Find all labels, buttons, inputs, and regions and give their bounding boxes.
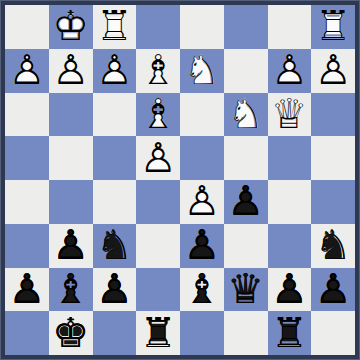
- white-pawn-outline-icon: ♙: [180, 180, 224, 224]
- square-b2[interactable]: ♟♙: [268, 49, 312, 93]
- square-h5[interactable]: [5, 180, 49, 224]
- white-bishop-outline-icon: ♗: [136, 49, 180, 93]
- black-pawn-piece: ♟♙: [49, 224, 93, 268]
- white-bishop-piece: ♝♗: [136, 93, 180, 137]
- black-knight-outline-icon: ♘: [93, 224, 137, 268]
- white-pawn-icon: ♟: [5, 49, 49, 93]
- black-pawn-icon: ♟: [49, 224, 93, 268]
- white-pawn-icon: ♟: [49, 49, 93, 93]
- board-frame: ♚♔♜♖♜♖♟♙♟♙♟♙♝♗♞♘♟♙♟♙♝♗♞♘♛♕♟♙♟♙♟♙♟♙♞♘♟♙♞♘…: [0, 0, 360, 360]
- square-h8[interactable]: [5, 311, 49, 355]
- white-pawn-icon: ♟: [311, 49, 355, 93]
- black-rook-icon: ♜: [136, 311, 180, 355]
- square-b1[interactable]: [268, 5, 312, 49]
- black-rook-piece: ♜♖: [268, 311, 312, 355]
- square-b3[interactable]: ♛♕: [268, 93, 312, 137]
- white-pawn-outline-icon: ♙: [268, 49, 312, 93]
- square-g4[interactable]: [49, 136, 93, 180]
- white-pawn-piece: ♟♙: [268, 49, 312, 93]
- white-pawn-outline-icon: ♙: [5, 49, 49, 93]
- square-g8[interactable]: ♚♔: [49, 311, 93, 355]
- black-rook-icon: ♜: [268, 311, 312, 355]
- white-knight-icon: ♞: [224, 93, 268, 137]
- square-c8[interactable]: [224, 311, 268, 355]
- black-pawn-outline-icon: ♙: [93, 268, 137, 312]
- black-queen-outline-icon: ♕: [224, 268, 268, 312]
- square-g2[interactable]: ♟♙: [49, 49, 93, 93]
- black-bishop-piece: ♝♗: [180, 268, 224, 312]
- black-rook-piece: ♜♖: [136, 311, 180, 355]
- square-d5[interactable]: ♟♙: [180, 180, 224, 224]
- square-g7[interactable]: ♝♗: [49, 268, 93, 312]
- black-pawn-piece: ♟♙: [268, 268, 312, 312]
- square-g5[interactable]: [49, 180, 93, 224]
- white-rook-outline-icon: ♖: [311, 5, 355, 49]
- black-rook-outline-icon: ♖: [268, 311, 312, 355]
- white-bishop-icon: ♝: [136, 93, 180, 137]
- square-c4[interactable]: [224, 136, 268, 180]
- square-g3[interactable]: [49, 93, 93, 137]
- square-e2[interactable]: ♝♗: [136, 49, 180, 93]
- square-c5[interactable]: ♟♙: [224, 180, 268, 224]
- square-e8[interactable]: ♜♖: [136, 311, 180, 355]
- square-b8[interactable]: ♜♖: [268, 311, 312, 355]
- white-pawn-piece: ♟♙: [311, 49, 355, 93]
- black-pawn-icon: ♟: [5, 268, 49, 312]
- black-king-outline-icon: ♔: [49, 311, 93, 355]
- black-pawn-piece: ♟♙: [311, 268, 355, 312]
- square-e6[interactable]: [136, 224, 180, 268]
- white-king-piece: ♚♔: [49, 5, 93, 49]
- white-bishop-icon: ♝: [136, 49, 180, 93]
- square-e3[interactable]: ♝♗: [136, 93, 180, 137]
- white-pawn-outline-icon: ♙: [93, 49, 137, 93]
- square-c2[interactable]: [224, 49, 268, 93]
- square-b4[interactable]: [268, 136, 312, 180]
- square-a7[interactable]: ♟♙: [311, 268, 355, 312]
- white-queen-outline-icon: ♕: [268, 93, 312, 137]
- square-a2[interactable]: ♟♙: [311, 49, 355, 93]
- white-knight-piece: ♞♘: [224, 93, 268, 137]
- black-knight-piece: ♞♘: [93, 224, 137, 268]
- white-pawn-piece: ♟♙: [136, 136, 180, 180]
- black-bishop-icon: ♝: [180, 268, 224, 312]
- square-e1[interactable]: [136, 5, 180, 49]
- white-bishop-piece: ♝♗: [136, 49, 180, 93]
- white-knight-outline-icon: ♘: [180, 49, 224, 93]
- black-pawn-piece: ♟♙: [5, 268, 49, 312]
- white-pawn-piece: ♟♙: [93, 49, 137, 93]
- square-a8[interactable]: [311, 311, 355, 355]
- square-a4[interactable]: [311, 136, 355, 180]
- black-bishop-outline-icon: ♗: [49, 268, 93, 312]
- square-e4[interactable]: ♟♙: [136, 136, 180, 180]
- black-pawn-icon: ♟: [224, 180, 268, 224]
- square-f3[interactable]: [93, 93, 137, 137]
- black-pawn-outline-icon: ♙: [311, 268, 355, 312]
- black-pawn-icon: ♟: [180, 224, 224, 268]
- black-bishop-piece: ♝♗: [49, 268, 93, 312]
- white-queen-icon: ♛: [268, 93, 312, 137]
- black-bishop-icon: ♝: [49, 268, 93, 312]
- white-king-icon: ♚: [49, 5, 93, 49]
- white-pawn-icon: ♟: [268, 49, 312, 93]
- white-rook-outline-icon: ♖: [93, 5, 137, 49]
- white-pawn-icon: ♟: [93, 49, 137, 93]
- square-a1[interactable]: ♜♖: [311, 5, 355, 49]
- black-pawn-piece: ♟♙: [224, 180, 268, 224]
- white-rook-icon: ♜: [93, 5, 137, 49]
- black-pawn-icon: ♟: [93, 268, 137, 312]
- square-b7[interactable]: ♟♙: [268, 268, 312, 312]
- black-pawn-outline-icon: ♙: [49, 224, 93, 268]
- square-f4[interactable]: [93, 136, 137, 180]
- square-f6[interactable]: ♞♘: [93, 224, 137, 268]
- black-knight-outline-icon: ♘: [311, 224, 355, 268]
- square-c1[interactable]: [224, 5, 268, 49]
- black-pawn-icon: ♟: [311, 268, 355, 312]
- square-f2[interactable]: ♟♙: [93, 49, 137, 93]
- square-d2[interactable]: ♞♘: [180, 49, 224, 93]
- square-g6[interactable]: ♟♙: [49, 224, 93, 268]
- black-queen-icon: ♛: [224, 268, 268, 312]
- square-c6[interactable]: [224, 224, 268, 268]
- black-pawn-outline-icon: ♙: [224, 180, 268, 224]
- black-knight-icon: ♞: [311, 224, 355, 268]
- white-rook-piece: ♜♖: [311, 5, 355, 49]
- square-f8[interactable]: [93, 311, 137, 355]
- white-pawn-icon: ♟: [136, 136, 180, 180]
- black-pawn-outline-icon: ♙: [180, 224, 224, 268]
- square-f1[interactable]: ♜♖: [93, 5, 137, 49]
- white-pawn-icon: ♟: [180, 180, 224, 224]
- white-knight-piece: ♞♘: [180, 49, 224, 93]
- white-queen-piece: ♛♕: [268, 93, 312, 137]
- black-pawn-outline-icon: ♙: [5, 268, 49, 312]
- white-pawn-piece: ♟♙: [180, 180, 224, 224]
- square-d6[interactable]: ♟♙: [180, 224, 224, 268]
- square-h6[interactable]: [5, 224, 49, 268]
- black-pawn-icon: ♟: [268, 268, 312, 312]
- square-e5[interactable]: [136, 180, 180, 224]
- square-a5[interactable]: [311, 180, 355, 224]
- square-h3[interactable]: [5, 93, 49, 137]
- square-d4[interactable]: [180, 136, 224, 180]
- black-king-piece: ♚♔: [49, 311, 93, 355]
- black-knight-icon: ♞: [93, 224, 137, 268]
- square-h2[interactable]: ♟♙: [5, 49, 49, 93]
- square-f7[interactable]: ♟♙: [93, 268, 137, 312]
- white-pawn-piece: ♟♙: [49, 49, 93, 93]
- square-g1[interactable]: ♚♔: [49, 5, 93, 49]
- square-a3[interactable]: [311, 93, 355, 137]
- square-c7[interactable]: ♛♕: [224, 268, 268, 312]
- square-b5[interactable]: [268, 180, 312, 224]
- chess-board: ♚♔♜♖♜♖♟♙♟♙♟♙♝♗♞♘♟♙♟♙♝♗♞♘♛♕♟♙♟♙♟♙♟♙♞♘♟♙♞♘…: [5, 5, 355, 355]
- square-d1[interactable]: [180, 5, 224, 49]
- white-pawn-outline-icon: ♙: [311, 49, 355, 93]
- square-h4[interactable]: [5, 136, 49, 180]
- white-pawn-outline-icon: ♙: [136, 136, 180, 180]
- square-h7[interactable]: ♟♙: [5, 268, 49, 312]
- square-f5[interactable]: [93, 180, 137, 224]
- white-pawn-piece: ♟♙: [5, 49, 49, 93]
- white-knight-outline-icon: ♘: [224, 93, 268, 137]
- white-king-outline-icon: ♔: [49, 5, 93, 49]
- square-b6[interactable]: [268, 224, 312, 268]
- black-pawn-piece: ♟♙: [180, 224, 224, 268]
- white-pawn-outline-icon: ♙: [49, 49, 93, 93]
- black-knight-piece: ♞♘: [311, 224, 355, 268]
- white-rook-piece: ♜♖: [93, 5, 137, 49]
- black-bishop-outline-icon: ♗: [180, 268, 224, 312]
- white-bishop-outline-icon: ♗: [136, 93, 180, 137]
- black-pawn-outline-icon: ♙: [268, 268, 312, 312]
- square-h1[interactable]: [5, 5, 49, 49]
- square-c3[interactable]: ♞♘: [224, 93, 268, 137]
- black-pawn-piece: ♟♙: [93, 268, 137, 312]
- square-d3[interactable]: [180, 93, 224, 137]
- square-e7[interactable]: [136, 268, 180, 312]
- black-king-icon: ♚: [49, 311, 93, 355]
- square-a6[interactable]: ♞♘: [311, 224, 355, 268]
- black-queen-piece: ♛♕: [224, 268, 268, 312]
- black-rook-outline-icon: ♖: [136, 311, 180, 355]
- square-d7[interactable]: ♝♗: [180, 268, 224, 312]
- square-d8[interactable]: [180, 311, 224, 355]
- white-rook-icon: ♜: [311, 5, 355, 49]
- white-knight-icon: ♞: [180, 49, 224, 93]
